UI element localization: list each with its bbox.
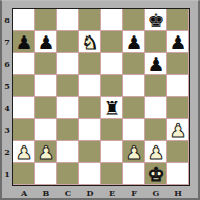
- square-a4[interactable]: [13, 97, 35, 119]
- square-e6[interactable]: [101, 53, 123, 75]
- file-label-a: A: [13, 187, 35, 199]
- piece-white-king[interactable]: ♚: [147, 163, 164, 185]
- square-e2[interactable]: [101, 141, 123, 163]
- square-a6[interactable]: [13, 53, 35, 75]
- square-a8[interactable]: [13, 9, 35, 31]
- square-e8[interactable]: [101, 9, 123, 31]
- square-f4[interactable]: [123, 97, 145, 119]
- file-labels: ABCDEFGH: [13, 187, 189, 199]
- rank-labels: 87654321: [2, 9, 12, 185]
- square-b3[interactable]: [35, 119, 57, 141]
- square-h5[interactable]: [167, 75, 189, 97]
- square-h4[interactable]: [167, 97, 189, 119]
- square-h1[interactable]: [167, 163, 189, 185]
- square-e5[interactable]: [101, 75, 123, 97]
- square-d2[interactable]: [79, 141, 101, 163]
- square-g7[interactable]: [145, 31, 167, 53]
- piece-white-pawn[interactable]: ♟: [147, 141, 164, 163]
- rank-label-6: 6: [2, 53, 12, 75]
- square-e7[interactable]: [101, 31, 123, 53]
- square-d1[interactable]: [79, 163, 101, 185]
- square-a3[interactable]: [13, 119, 35, 141]
- square-c8[interactable]: [57, 9, 79, 31]
- piece-white-pawn[interactable]: ♟: [169, 119, 186, 141]
- piece-black-king[interactable]: ♚: [147, 9, 164, 31]
- square-f1[interactable]: [123, 163, 145, 185]
- piece-black-pawn[interactable]: ♟: [169, 31, 186, 53]
- file-label-e: E: [101, 187, 123, 199]
- square-h2[interactable]: [167, 141, 189, 163]
- square-a7[interactable]: ♟: [13, 31, 35, 53]
- square-d6[interactable]: [79, 53, 101, 75]
- piece-white-pawn[interactable]: ♟: [37, 141, 54, 163]
- square-b7[interactable]: ♟: [35, 31, 57, 53]
- square-e4[interactable]: ♜: [101, 97, 123, 119]
- square-f5[interactable]: [123, 75, 145, 97]
- piece-white-knight[interactable]: ♞: [81, 31, 98, 53]
- rank-label-8: 8: [2, 9, 12, 31]
- file-label-g: G: [145, 187, 167, 199]
- piece-black-pawn[interactable]: ♟: [37, 31, 54, 53]
- square-b4[interactable]: [35, 97, 57, 119]
- square-f2[interactable]: ♟: [123, 141, 145, 163]
- square-g6[interactable]: ♟: [145, 53, 167, 75]
- square-d5[interactable]: [79, 75, 101, 97]
- square-f6[interactable]: [123, 53, 145, 75]
- square-c4[interactable]: [57, 97, 79, 119]
- file-label-f: F: [123, 187, 145, 199]
- file-label-d: D: [79, 187, 101, 199]
- square-b6[interactable]: [35, 53, 57, 75]
- square-a1[interactable]: [13, 163, 35, 185]
- piece-black-pawn[interactable]: ♟: [15, 31, 32, 53]
- piece-white-pawn[interactable]: ♟: [15, 141, 32, 163]
- square-g5[interactable]: [145, 75, 167, 97]
- board: ♚♟♟♞♟♟♟♜♟♟♟♟♟♚: [12, 8, 190, 186]
- rank-label-5: 5: [2, 75, 12, 97]
- square-b5[interactable]: [35, 75, 57, 97]
- square-h6[interactable]: [167, 53, 189, 75]
- rank-label-4: 4: [2, 97, 12, 119]
- square-c3[interactable]: [57, 119, 79, 141]
- square-d3[interactable]: [79, 119, 101, 141]
- square-c2[interactable]: [57, 141, 79, 163]
- square-h3[interactable]: ♟: [167, 119, 189, 141]
- square-b2[interactable]: ♟: [35, 141, 57, 163]
- square-f3[interactable]: [123, 119, 145, 141]
- square-g2[interactable]: ♟: [145, 141, 167, 163]
- chess-board-window: ♚♟♟♞♟♟♟♜♟♟♟♟♟♚ 87654321 ABCDEFGH: [0, 0, 200, 200]
- file-label-c: C: [57, 187, 79, 199]
- square-g4[interactable]: [145, 97, 167, 119]
- square-f7[interactable]: ♟: [123, 31, 145, 53]
- square-e3[interactable]: [101, 119, 123, 141]
- square-f8[interactable]: [123, 9, 145, 31]
- square-g1[interactable]: ♚: [145, 163, 167, 185]
- rank-label-2: 2: [2, 141, 12, 163]
- square-e1[interactable]: [101, 163, 123, 185]
- square-a2[interactable]: ♟: [13, 141, 35, 163]
- rank-label-3: 3: [2, 119, 12, 141]
- square-b1[interactable]: [35, 163, 57, 185]
- piece-black-pawn[interactable]: ♟: [147, 53, 164, 75]
- square-g8[interactable]: ♚: [145, 9, 167, 31]
- square-b8[interactable]: [35, 9, 57, 31]
- square-d8[interactable]: [79, 9, 101, 31]
- rank-label-1: 1: [2, 163, 12, 185]
- piece-black-pawn[interactable]: ♟: [125, 31, 142, 53]
- square-h8[interactable]: [167, 9, 189, 31]
- piece-black-rook[interactable]: ♜: [103, 97, 120, 119]
- square-d4[interactable]: [79, 97, 101, 119]
- file-label-h: H: [167, 187, 189, 199]
- square-c7[interactable]: [57, 31, 79, 53]
- square-c1[interactable]: [57, 163, 79, 185]
- square-a5[interactable]: [13, 75, 35, 97]
- rank-label-7: 7: [2, 31, 12, 53]
- square-d7[interactable]: ♞: [79, 31, 101, 53]
- square-h7[interactable]: ♟: [167, 31, 189, 53]
- file-label-b: B: [35, 187, 57, 199]
- square-c6[interactable]: [57, 53, 79, 75]
- square-g3[interactable]: [145, 119, 167, 141]
- piece-white-pawn[interactable]: ♟: [125, 141, 142, 163]
- square-c5[interactable]: [57, 75, 79, 97]
